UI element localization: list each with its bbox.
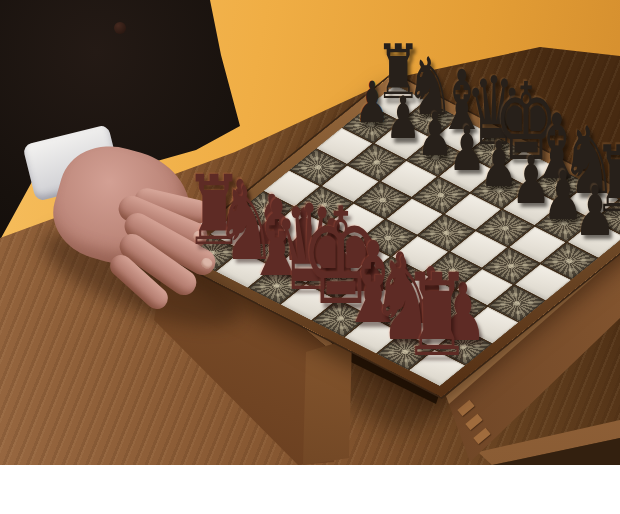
suit-button xyxy=(114,22,126,34)
bottom-white-margin xyxy=(0,465,620,514)
photo-scene: ♜♞♝♛♚♝♞♜♟♟♟♟♟♟♟♟♟♟♟♟♟♟♟♟♜♞♝♛♚♝♞♜ xyxy=(0,0,620,465)
fingernail xyxy=(200,256,214,270)
fingernail xyxy=(192,229,206,243)
